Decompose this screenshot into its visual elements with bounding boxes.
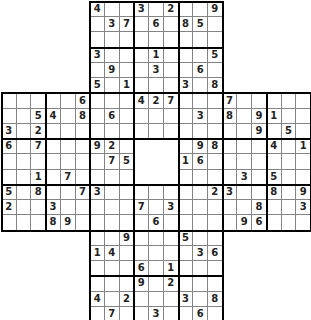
cell-r7c17[interactable]: 9 (252, 109, 267, 124)
cell-r7c20[interactable] (296, 109, 311, 124)
cell-r4c15 (223, 63, 238, 78)
cell-r8c3[interactable] (46, 124, 61, 139)
cell-r14c6[interactable] (90, 215, 105, 230)
cell-r9c0[interactable]: 6 (2, 139, 17, 154)
cell-r11c19[interactable] (282, 170, 297, 185)
cell-r16c12[interactable] (179, 246, 194, 261)
cell-r9c13[interactable]: 9 (193, 139, 208, 154)
cell-r18c14[interactable] (208, 276, 223, 291)
cell-r6c7[interactable] (105, 93, 120, 108)
cell-r8c13[interactable] (193, 124, 208, 139)
cell-r20c6[interactable] (90, 307, 105, 320)
cell-r13c14[interactable] (208, 200, 223, 215)
cell-r8c2[interactable]: 2 (31, 124, 46, 139)
cell-r15c14[interactable] (208, 231, 223, 246)
cell-r5c6[interactable]: 5 (90, 78, 105, 93)
cell-r14c7[interactable] (105, 215, 120, 230)
cell-r4c6[interactable] (90, 63, 105, 78)
cell-r10c5[interactable] (76, 154, 91, 169)
cell-r4c9[interactable] (134, 63, 149, 78)
cell-r2c13[interactable] (193, 32, 208, 47)
cell-r0c12[interactable] (179, 2, 194, 17)
given-digit: 7 (123, 19, 130, 29)
cell-r8c5[interactable] (76, 124, 91, 139)
cell-r14c16[interactable]: 9 (237, 215, 252, 230)
cell-r5c7[interactable] (105, 78, 120, 93)
cell-r19c14[interactable]: 8 (208, 292, 223, 307)
cell-r8c1[interactable] (17, 124, 32, 139)
cell-r19c10[interactable] (149, 292, 164, 307)
cell-r13c9[interactable]: 7 (134, 200, 149, 215)
cell-r9c14[interactable]: 8 (208, 139, 223, 154)
cell-r6c5[interactable]: 6 (76, 93, 91, 108)
cell-r10c18[interactable] (267, 154, 282, 169)
cell-r13c11[interactable]: 3 (164, 200, 179, 215)
cell-r11c6[interactable] (90, 170, 105, 185)
cell-r11c15[interactable] (223, 170, 238, 185)
cell-r18c13[interactable] (193, 276, 208, 291)
cell-r1c14[interactable] (208, 17, 223, 32)
cell-r12c6[interactable]: 3 (90, 185, 105, 200)
cell-r13c19[interactable] (282, 200, 297, 215)
cell-r6c0[interactable] (2, 93, 17, 108)
given-digit: 9 (64, 217, 71, 227)
cell-r2c6[interactable] (90, 32, 105, 47)
cell-r17c10[interactable] (149, 261, 164, 276)
cell-r10c7[interactable]: 7 (105, 154, 120, 169)
cell-r16c9[interactable] (134, 246, 149, 261)
given-digit: 1 (153, 50, 160, 60)
cell-r12c8[interactable] (120, 185, 135, 200)
cell-r7c15[interactable]: 8 (223, 109, 238, 124)
cell-r19c7[interactable] (105, 292, 120, 307)
cell-r10c14[interactable] (208, 154, 223, 169)
cell-r10c17[interactable] (252, 154, 267, 169)
cell-r7c3[interactable]: 4 (46, 109, 61, 124)
cell-r11c8[interactable] (120, 170, 135, 185)
cell-r3c8[interactable] (120, 48, 135, 63)
cell-r20c7[interactable]: 7 (105, 307, 120, 320)
cell-r13c5[interactable] (76, 200, 91, 215)
cell-r4c8[interactable] (120, 63, 135, 78)
cell-r6c8[interactable] (120, 93, 135, 108)
cell-r0c14[interactable]: 9 (208, 2, 223, 17)
cell-r20c13[interactable]: 6 (193, 307, 208, 320)
cell-r20c10[interactable]: 3 (149, 307, 164, 320)
cell-r17c7[interactable] (105, 261, 120, 276)
cell-r17c8[interactable] (120, 261, 135, 276)
cell-r12c2[interactable]: 8 (31, 185, 46, 200)
cell-r11c13[interactable] (193, 170, 208, 185)
cell-r13c2[interactable] (31, 200, 46, 215)
cell-r8c10[interactable] (149, 124, 164, 139)
given-digit: 8 (226, 111, 233, 121)
cell-r13c20[interactable]: 3 (296, 200, 311, 215)
cell-r14c17[interactable]: 6 (252, 215, 267, 230)
cell-r8c12[interactable] (179, 124, 194, 139)
cell-r3c13[interactable] (193, 48, 208, 63)
cell-r11c3[interactable] (46, 170, 61, 185)
cell-r14c8[interactable] (120, 215, 135, 230)
cell-r12c7[interactable] (105, 185, 120, 200)
cell-r14c11[interactable] (164, 215, 179, 230)
cell-r7c7[interactable]: 6 (105, 109, 120, 124)
cell-r12c3[interactable] (46, 185, 61, 200)
cell-r12c10[interactable] (149, 185, 164, 200)
cell-r17c9[interactable]: 6 (134, 261, 149, 276)
cell-r10c8[interactable]: 5 (120, 154, 135, 169)
cell-r6c11[interactable]: 7 (164, 93, 179, 108)
cell-r0c10[interactable] (149, 2, 164, 17)
cell-r20c8[interactable] (120, 307, 135, 320)
cell-r7c13[interactable]: 3 (193, 109, 208, 124)
cell-r13c10[interactable] (149, 200, 164, 215)
cell-r5c14[interactable]: 8 (208, 78, 223, 93)
cell-r6c4[interactable] (61, 93, 76, 108)
cell-r17c11[interactable]: 1 (164, 261, 179, 276)
cell-r5c12[interactable]: 3 (179, 78, 194, 93)
cell-r0c13[interactable] (193, 2, 208, 17)
cell-r3c19 (282, 48, 297, 63)
cell-r8c16[interactable] (237, 124, 252, 139)
cell-r3c10[interactable]: 1 (149, 48, 164, 63)
cell-r3c12[interactable] (179, 48, 194, 63)
cell-r12c14[interactable]: 2 (208, 185, 223, 200)
cell-r15c9[interactable] (134, 231, 149, 246)
cell-r14c2[interactable] (31, 215, 46, 230)
cell-r11c7[interactable] (105, 170, 120, 185)
cell-r13c1[interactable] (17, 200, 32, 215)
cell-r19c9[interactable] (134, 292, 149, 307)
cell-r11c14[interactable] (208, 170, 223, 185)
cell-r13c12[interactable] (179, 200, 194, 215)
cell-r9c2[interactable]: 7 (31, 139, 46, 154)
cell-r8c7[interactable] (105, 124, 120, 139)
cell-r1c13[interactable]: 5 (193, 17, 208, 32)
cell-r4c2 (31, 63, 46, 78)
cell-r13c4[interactable] (61, 200, 76, 215)
cell-r18c11[interactable]: 2 (164, 276, 179, 291)
cell-r7c5[interactable]: 8 (76, 109, 91, 124)
cell-r14c18[interactable] (267, 215, 282, 230)
cell-r14c3[interactable]: 8 (46, 215, 61, 230)
cell-r17c14[interactable] (208, 261, 223, 276)
cell-r0c8[interactable] (120, 2, 135, 17)
cell-r12c19[interactable] (282, 185, 297, 200)
cell-r10c19[interactable] (282, 154, 297, 169)
cell-r8c0[interactable]: 3 (2, 124, 17, 139)
cell-r19c8[interactable]: 2 (120, 292, 135, 307)
cell-r14c1[interactable] (17, 215, 32, 230)
cell-r1c8[interactable]: 7 (120, 17, 135, 32)
cell-r9c5[interactable] (76, 139, 91, 154)
cell-r16c14[interactable]: 6 (208, 246, 223, 261)
cell-r16c6[interactable]: 1 (90, 246, 105, 261)
cell-r1c12[interactable]: 8 (179, 17, 194, 32)
cell-r10c15[interactable] (223, 154, 238, 169)
cell-r4c11[interactable] (164, 63, 179, 78)
cell-r9c20[interactable]: 1 (296, 139, 311, 154)
cell-r1c6[interactable] (90, 17, 105, 32)
cell-r3c9[interactable] (134, 48, 149, 63)
cell-r1c7[interactable]: 3 (105, 17, 120, 32)
cell-r12c17[interactable] (252, 185, 267, 200)
cell-r10c13[interactable]: 6 (193, 154, 208, 169)
cell-r13c17[interactable]: 8 (252, 200, 267, 215)
cell-r17c6[interactable] (90, 261, 105, 276)
cell-r6c3[interactable] (46, 93, 61, 108)
cell-r15c11[interactable] (164, 231, 179, 246)
cell-r9c1[interactable] (17, 139, 32, 154)
cell-r20c12[interactable] (179, 307, 194, 320)
cell-r15c7[interactable] (105, 231, 120, 246)
cell-r8c17[interactable]: 9 (252, 124, 267, 139)
cell-r6c12[interactable] (179, 93, 194, 108)
cell-r7c16[interactable] (237, 109, 252, 124)
cell-r16c13[interactable]: 3 (193, 246, 208, 261)
cell-r12c20[interactable]: 9 (296, 185, 311, 200)
cell-r20c4 (61, 307, 76, 320)
cell-r9c19[interactable] (282, 139, 297, 154)
cell-r7c14[interactable] (208, 109, 223, 124)
cell-r10c16[interactable] (237, 154, 252, 169)
cell-r14c14[interactable] (208, 215, 223, 230)
cell-r6c13[interactable] (193, 93, 208, 108)
cell-r14c15[interactable] (223, 215, 238, 230)
cell-r6c14[interactable] (208, 93, 223, 108)
cell-r8c14[interactable] (208, 124, 223, 139)
cell-r13c13[interactable] (193, 200, 208, 215)
cell-r14c10[interactable]: 6 (149, 215, 164, 230)
cell-r8c20[interactable] (296, 124, 311, 139)
cell-r18c7[interactable] (105, 276, 120, 291)
cell-r2c10[interactable] (149, 32, 164, 47)
cell-r8c18[interactable] (267, 124, 282, 139)
cell-r20c9[interactable] (134, 307, 149, 320)
cell-r8c19[interactable]: 5 (282, 124, 297, 139)
cell-r11c1[interactable] (17, 170, 32, 185)
cell-r2c9[interactable] (134, 32, 149, 47)
cell-r6c20[interactable] (296, 93, 311, 108)
cell-r14c5[interactable] (76, 215, 91, 230)
cell-r13c0[interactable]: 2 (2, 200, 17, 215)
cell-r8c9[interactable] (134, 124, 149, 139)
cell-r14c20[interactable] (296, 215, 311, 230)
cell-r6c19[interactable] (282, 93, 297, 108)
cell-r4c13[interactable]: 6 (193, 63, 208, 78)
cell-r3c6[interactable]: 3 (90, 48, 105, 63)
cell-r3c11[interactable] (164, 48, 179, 63)
cell-r7c6[interactable] (90, 109, 105, 124)
cell-r15c13[interactable] (193, 231, 208, 246)
cell-r16c10[interactable] (149, 246, 164, 261)
cell-r7c18[interactable]: 1 (267, 109, 282, 124)
cell-r19c11[interactable] (164, 292, 179, 307)
cell-r12c13[interactable] (193, 185, 208, 200)
cell-r4c14[interactable] (208, 63, 223, 78)
cell-r2c12[interactable] (179, 32, 194, 47)
cell-r11c17[interactable] (252, 170, 267, 185)
cell-r12c9[interactable] (134, 185, 149, 200)
cell-r11c2[interactable]: 1 (31, 170, 46, 185)
cell-r4c10[interactable]: 3 (149, 63, 164, 78)
cell-r19c13[interactable] (193, 292, 208, 307)
cell-r4c12[interactable] (179, 63, 194, 78)
cell-r13c16[interactable] (237, 200, 252, 215)
cell-r12c4[interactable] (61, 185, 76, 200)
cell-r6c1[interactable] (17, 93, 32, 108)
cell-r6c16[interactable] (237, 93, 252, 108)
cell-r15c10[interactable] (149, 231, 164, 246)
cell-r10c20[interactable] (296, 154, 311, 169)
cell-r12c16[interactable] (237, 185, 252, 200)
cell-r14c0[interactable] (2, 215, 17, 230)
cell-r14c12[interactable] (179, 215, 194, 230)
cell-r1c9[interactable] (134, 17, 149, 32)
cell-r10c4[interactable] (61, 154, 76, 169)
cell-r14c4[interactable]: 9 (61, 215, 76, 230)
cell-r15c12[interactable]: 5 (179, 231, 194, 246)
cell-r16c2 (31, 246, 46, 261)
cell-r8c8[interactable] (120, 124, 135, 139)
cell-r5c9[interactable] (134, 78, 149, 93)
cell-r18c12[interactable] (179, 276, 194, 291)
cell-r11c5[interactable] (76, 170, 91, 185)
cell-r12c0[interactable]: 5 (2, 185, 17, 200)
cell-r13c7[interactable] (105, 200, 120, 215)
cell-r5c11[interactable] (164, 78, 179, 93)
cell-r8c6[interactable] (90, 124, 105, 139)
cell-r7c0[interactable] (2, 109, 17, 124)
cell-r0c6[interactable]: 4 (90, 2, 105, 17)
cell-r0c9[interactable]: 3 (134, 2, 149, 17)
cell-r8c4[interactable] (61, 124, 76, 139)
cell-r4c7[interactable]: 9 (105, 63, 120, 78)
cell-r2c7[interactable] (105, 32, 120, 47)
cell-r10c12[interactable]: 1 (179, 154, 194, 169)
cell-r7c9[interactable] (134, 109, 149, 124)
cell-r13c18[interactable] (267, 200, 282, 215)
cell-r18c8[interactable] (120, 276, 135, 291)
cell-r9c8[interactable] (120, 139, 135, 154)
cell-r7c10[interactable] (149, 109, 164, 124)
cell-r7c4[interactable] (61, 109, 76, 124)
cell-r15c6[interactable] (90, 231, 105, 246)
cell-r11c16[interactable]: 3 (237, 170, 252, 185)
cell-r6c2[interactable] (31, 93, 46, 108)
cell-r19c12[interactable]: 3 (179, 292, 194, 307)
cell-r7c12[interactable] (179, 109, 194, 124)
cell-r12c12[interactable] (179, 185, 194, 200)
cell-r5c13[interactable] (193, 78, 208, 93)
cell-r10c1[interactable] (17, 154, 32, 169)
cell-r10c0[interactable] (2, 154, 17, 169)
cell-r7c1[interactable] (17, 109, 32, 124)
cell-r3c14[interactable]: 5 (208, 48, 223, 63)
cell-r16c8[interactable] (120, 246, 135, 261)
cell-r11c0[interactable] (2, 170, 17, 185)
cell-r18c9[interactable]: 9 (134, 276, 149, 291)
cell-r12c15[interactable]: 3 (223, 185, 238, 200)
cell-r0c7[interactable] (105, 2, 120, 17)
cell-r11c20[interactable] (296, 170, 311, 185)
cell-r6c10[interactable]: 2 (149, 93, 164, 108)
cell-r20c14[interactable] (208, 307, 223, 320)
cell-r6c18[interactable] (267, 93, 282, 108)
cell-r2c8[interactable] (120, 32, 135, 47)
cell-r10c2[interactable] (31, 154, 46, 169)
given-digit: 3 (197, 248, 204, 258)
cell-r13c6[interactable] (90, 200, 105, 215)
cell-r11c18[interactable]: 5 (267, 170, 282, 185)
cell-r12c1[interactable] (17, 185, 32, 200)
cell-r10c6[interactable] (90, 154, 105, 169)
cell-r12c11[interactable] (164, 185, 179, 200)
cell-r2c11[interactable] (164, 32, 179, 47)
cell-r9c4[interactable] (61, 139, 76, 154)
cell-r14c13[interactable] (193, 215, 208, 230)
cell-r12c5[interactable]: 7 (76, 185, 91, 200)
cell-r1c11[interactable] (164, 17, 179, 32)
cell-r5c0 (2, 78, 17, 93)
cell-r9c3[interactable] (46, 139, 61, 154)
cell-r9c18[interactable]: 4 (267, 139, 282, 154)
cell-r6c9[interactable]: 4 (134, 93, 149, 108)
cell-r13c8[interactable] (120, 200, 135, 215)
cell-r13c15[interactable] (223, 200, 238, 215)
cell-r9c12[interactable] (179, 139, 194, 154)
cell-r8c15[interactable] (223, 124, 238, 139)
cell-r14c9[interactable] (134, 215, 149, 230)
cell-r5c8[interactable]: 1 (120, 78, 135, 93)
cell-r7c8[interactable] (120, 109, 135, 124)
cell-r2c14[interactable] (208, 32, 223, 47)
cell-r9c16[interactable] (237, 139, 252, 154)
cell-r0c11[interactable]: 2 (164, 2, 179, 17)
cell-r6c17[interactable] (252, 93, 267, 108)
cell-r15c8[interactable]: 9 (120, 231, 135, 246)
cell-r18c6[interactable] (90, 276, 105, 291)
cell-r6c15[interactable]: 7 (223, 93, 238, 108)
cell-r9c6[interactable]: 9 (90, 139, 105, 154)
cell-r11c4[interactable]: 7 (61, 170, 76, 185)
cell-r1c10[interactable]: 6 (149, 17, 164, 32)
cell-r7c11[interactable] (164, 109, 179, 124)
cell-r10c3[interactable] (46, 154, 61, 169)
cell-r16c7[interactable]: 4 (105, 246, 120, 261)
cell-r11c12[interactable] (179, 170, 194, 185)
cell-r8c11[interactable] (164, 124, 179, 139)
given-digit: 6 (79, 96, 86, 106)
cell-r13c3[interactable]: 3 (46, 200, 61, 215)
cell-r18c10[interactable] (149, 276, 164, 291)
cell-r7c19[interactable] (282, 109, 297, 124)
cell-r9c17[interactable] (252, 139, 267, 154)
cell-r20c11[interactable] (164, 307, 179, 320)
cell-r6c6[interactable] (90, 93, 105, 108)
cell-r7c2[interactable]: 5 (31, 109, 46, 124)
cell-r5c10[interactable] (149, 78, 164, 93)
cell-r3c7[interactable] (105, 48, 120, 63)
cell-r16c11[interactable] (164, 246, 179, 261)
cell-r12c18[interactable]: 8 (267, 185, 282, 200)
cell-r17c12[interactable] (179, 261, 194, 276)
cell-r14c19[interactable] (282, 215, 297, 230)
cell-r9c15[interactable] (223, 139, 238, 154)
cell-r19c6[interactable]: 4 (90, 292, 105, 307)
cell-r17c13[interactable] (193, 261, 208, 276)
cell-r9c7[interactable]: 2 (105, 139, 120, 154)
